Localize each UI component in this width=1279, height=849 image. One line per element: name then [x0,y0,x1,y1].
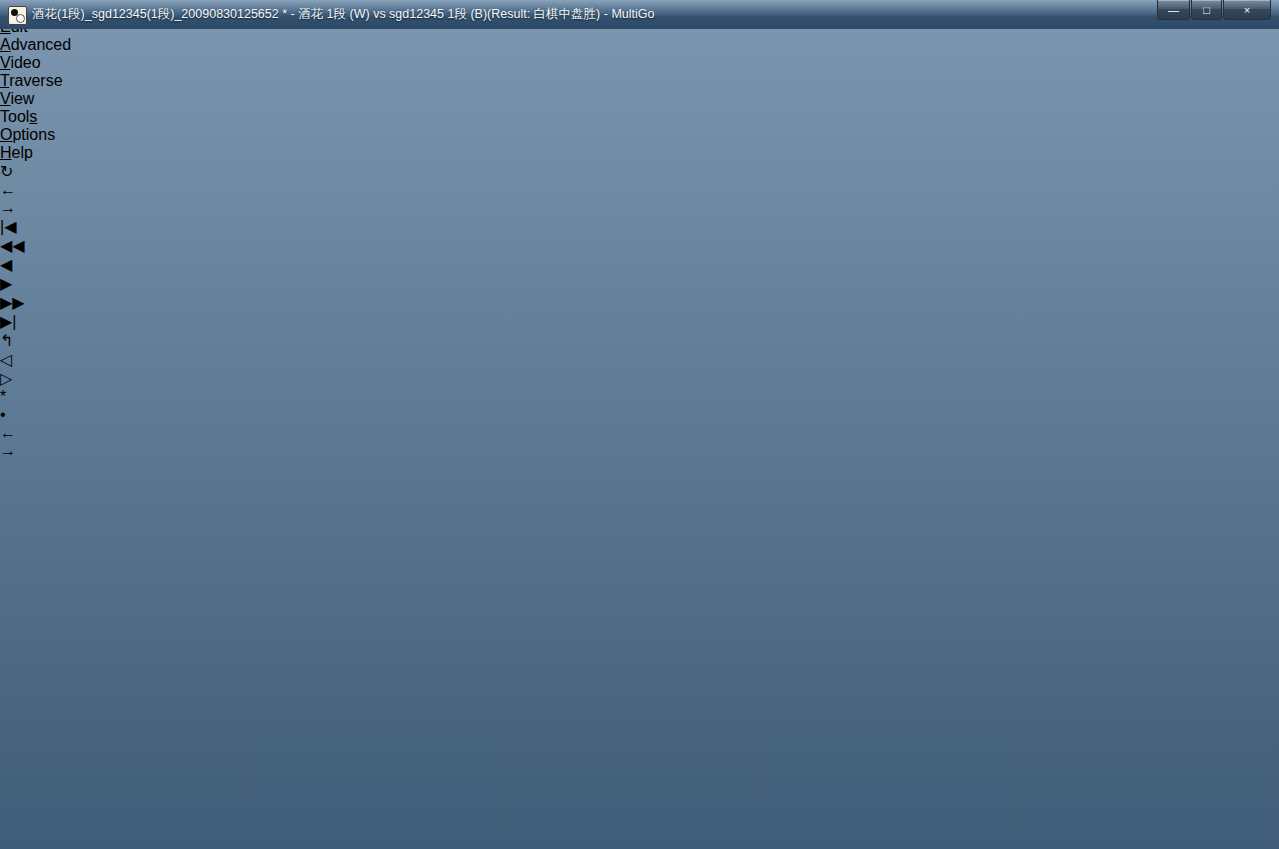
last-move-icon: ▶| [0,313,16,330]
reload-file-button[interactable]: ↻ [0,162,1279,181]
forward-button[interactable]: → [0,199,1279,217]
window-controls: —□× [1156,0,1271,20]
next-branch-icon: ▷ [0,370,12,387]
previous-move-icon: ◀ [0,256,12,273]
up-branch-button[interactable]: ↰ [0,331,1279,350]
previous-branch-button[interactable]: ◁ [0,350,1279,369]
minimize-button[interactable]: — [1157,0,1190,20]
next-branch-button[interactable]: ▷ [0,369,1279,388]
first-move-icon: |◀ [0,218,16,235]
go-board[interactable]: 70716962636865676466 [0,460,1279,849]
app-icon [8,6,27,25]
next-move-button[interactable]: ▶ [0,274,1279,293]
find-new-button[interactable]: * [0,388,1279,406]
menu-item-options[interactable]: Options [0,126,1279,144]
back-icon: ← [0,181,16,198]
up-branch-icon: ↰ [0,332,13,349]
menu-item-video[interactable]: Video [0,54,1279,72]
menu-item-tools[interactable]: Tools [0,108,1279,126]
last-move-button[interactable]: ▶| [0,312,1279,331]
forward-10-moves-icon: ▶▶ [0,294,25,311]
forward-icon: → [0,199,16,216]
navigation-toolbar: ←→|◀◀◀◀▶▶▶▶|↰◁▷*•←→ [0,181,1279,460]
grid-line [0,460,2,849]
main-content: 70716962636865676466 AABBCCDDEEFFGGHHJJK… [0,460,1279,849]
find-previous-icon: ← [0,424,16,441]
menu-item-traverse[interactable]: Traverse [0,72,1279,90]
next-move-icon: ▶ [0,275,12,292]
menu-item-advanced[interactable]: Advanced [0,36,1279,54]
find-next-button[interactable]: → [0,442,1279,460]
title-bar[interactable]: 酒花(1段)_sgd12345(1段)_20090830125652 * - 酒… [0,0,1279,29]
first-move-button[interactable]: |◀ [0,217,1279,236]
forward-10-moves-button[interactable]: ▶▶ [0,293,1279,312]
find-current-button[interactable]: • [0,406,1279,424]
window-title: 酒花(1段)_sgd12345(1段)_20090830125652 * - 酒… [32,6,654,23]
find-previous-button[interactable]: ← [0,424,1279,442]
close-button[interactable]: × [1223,0,1271,20]
menu-item-help[interactable]: Help [0,144,1279,162]
back-10-moves-icon: ◀◀ [0,237,25,254]
back-10-moves-button[interactable]: ◀◀ [0,236,1279,255]
maximize-button[interactable]: □ [1191,0,1222,20]
back-button[interactable]: ← [0,181,1279,199]
previous-move-button[interactable]: ◀ [0,255,1279,274]
menu-item-view[interactable]: View [0,90,1279,108]
reload-file-icon: ↻ [0,163,13,180]
multigo-window: 酒花(1段)_sgd12345(1段)_20090830125652 * - 酒… [0,0,1279,849]
find-current-icon: • [0,406,6,423]
find-next-icon: → [0,442,16,459]
file-toolbar: ↻ [0,162,1279,181]
previous-branch-icon: ◁ [0,351,12,368]
find-new-icon: * [0,388,6,405]
